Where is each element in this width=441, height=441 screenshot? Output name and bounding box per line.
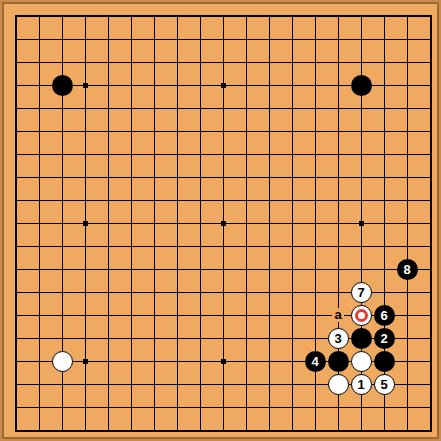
white-stone bbox=[328, 374, 349, 395]
white-stone-move-7: 7 bbox=[351, 282, 372, 303]
black-stone-move-8: 8 bbox=[397, 259, 418, 280]
circle-marker-icon bbox=[355, 309, 368, 322]
black-stone bbox=[328, 351, 349, 372]
white-stone bbox=[52, 351, 73, 372]
star-point bbox=[83, 359, 88, 364]
go-board-diagram: 87632415a bbox=[0, 0, 441, 441]
white-stone bbox=[351, 351, 372, 372]
black-stone-move-2: 2 bbox=[374, 328, 395, 349]
star-point bbox=[83, 83, 88, 88]
white-stone-move-1: 1 bbox=[351, 374, 372, 395]
white-stone-move-3: 3 bbox=[328, 328, 349, 349]
star-point bbox=[83, 221, 88, 226]
black-stone-move-6: 6 bbox=[374, 305, 395, 326]
white-stone-circle-marked bbox=[351, 305, 372, 326]
black-stone bbox=[351, 328, 372, 349]
star-point bbox=[221, 359, 226, 364]
black-stone bbox=[374, 351, 395, 372]
black-stone-move-4: 4 bbox=[305, 351, 326, 372]
point-label-a: a bbox=[332, 308, 343, 322]
star-point bbox=[221, 221, 226, 226]
star-point bbox=[359, 221, 364, 226]
white-stone-move-5: 5 bbox=[374, 374, 395, 395]
black-stone bbox=[52, 75, 73, 96]
black-stone bbox=[351, 75, 372, 96]
star-point bbox=[221, 83, 226, 88]
board-intersections: 87632415a bbox=[5, 5, 441, 441]
